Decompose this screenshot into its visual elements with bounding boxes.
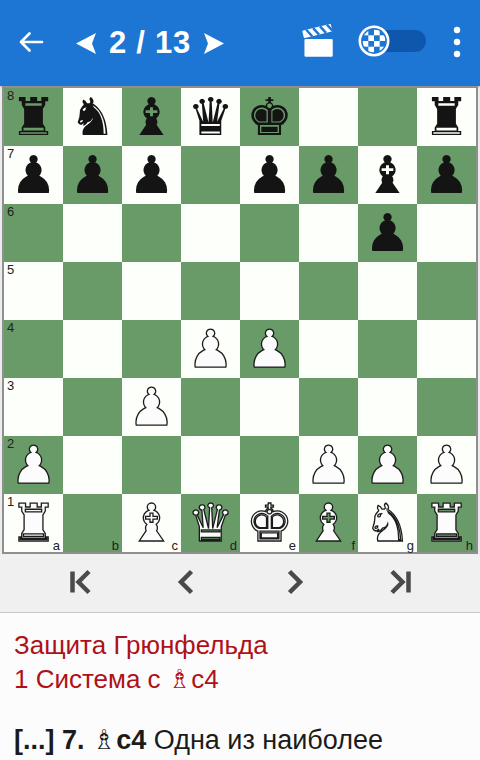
piece-black-pawn[interactable]: ♟ <box>364 204 411 262</box>
square-e4[interactable]: ♟ <box>240 320 299 378</box>
piece-black-bishop[interactable]: ♝ <box>364 146 411 204</box>
square-c7[interactable]: ♟ <box>122 146 181 204</box>
opening-description-panel: Защита Грюнфельда 1 Система с ♗c4 [...] … <box>0 613 480 760</box>
piece-white-knight[interactable]: ♞ <box>364 494 411 552</box>
square-g1[interactable]: g♞ <box>358 494 417 552</box>
go-prev-button[interactable] <box>152 559 222 607</box>
square-d4[interactable]: ♟ <box>181 320 240 378</box>
rank-label: 3 <box>7 378 14 393</box>
square-e7[interactable]: ♟ <box>240 146 299 204</box>
square-h1[interactable]: h♜ <box>417 494 476 552</box>
piece-black-pawn[interactable]: ♟ <box>69 146 116 204</box>
piece-white-pawn[interactable]: ♟ <box>246 320 293 378</box>
square-c3[interactable]: ♟ <box>122 378 181 436</box>
square-a8[interactable]: 8♜ <box>4 88 63 146</box>
square-a6[interactable]: 6 <box>4 204 63 262</box>
piece-black-king[interactable]: ♚ <box>246 88 293 146</box>
back-button[interactable] <box>14 26 46 61</box>
white-bishop-glyph: ♗ <box>168 664 191 694</box>
page-counter: 2 / 13 <box>109 25 191 61</box>
square-d8[interactable]: ♛ <box>181 88 240 146</box>
square-h2[interactable]: ♟ <box>417 436 476 494</box>
go-next-icon <box>274 564 314 603</box>
opening-title-line1: Защита Грюнфельда <box>14 630 268 660</box>
square-d2[interactable] <box>181 436 240 494</box>
piece-white-bishop[interactable]: ♝ <box>128 494 175 552</box>
square-d5[interactable] <box>181 262 240 320</box>
square-f6[interactable] <box>299 204 358 262</box>
square-c6[interactable] <box>122 204 181 262</box>
square-d7[interactable] <box>181 146 240 204</box>
piece-white-queen[interactable]: ♛ <box>187 494 234 552</box>
piece-black-pawn[interactable]: ♟ <box>10 146 57 204</box>
square-e1[interactable]: e♚ <box>240 494 299 552</box>
file-label: e <box>289 538 296 553</box>
file-label: b <box>112 538 119 553</box>
checkered-board-toggle-icon <box>356 23 432 63</box>
square-a7[interactable]: 7♟ <box>4 146 63 204</box>
square-f7[interactable]: ♟ <box>299 146 358 204</box>
square-b7[interactable]: ♟ <box>63 146 122 204</box>
file-label: f <box>351 538 355 553</box>
file-label: a <box>53 538 60 553</box>
file-label: g <box>407 538 414 553</box>
square-g4[interactable] <box>358 320 417 378</box>
square-e6[interactable] <box>240 204 299 262</box>
square-a2[interactable]: 2♟ <box>4 436 63 494</box>
piece-white-pawn[interactable]: ♟ <box>423 436 470 494</box>
annotation-text: [...] 7. ♗c4 Одна из наиболее популярных… <box>14 720 466 760</box>
page-current: 2 <box>109 25 127 61</box>
square-a1[interactable]: 1a♜ <box>4 494 63 552</box>
square-h6[interactable] <box>417 204 476 262</box>
square-c8[interactable]: ♝ <box>122 88 181 146</box>
move-number-text: [...] 7. <box>14 725 92 755</box>
piece-white-pawn[interactable]: ♟ <box>10 436 57 494</box>
rank-label: 8 <box>7 88 14 103</box>
board-view-toggle[interactable] <box>356 23 432 63</box>
piece-white-pawn[interactable]: ♟ <box>187 320 234 378</box>
chess-board-frame: 8♜♞♝♛♚♜7♟♟♟♟♟♝♟6♟54♟♟3♟2♟♟♟♟1a♜bc♝d♛e♚f♝… <box>2 86 478 554</box>
square-c5[interactable] <box>122 262 181 320</box>
piece-black-queen[interactable]: ♛ <box>187 88 234 146</box>
square-h5[interactable] <box>417 262 476 320</box>
rank-label: 1 <box>7 494 14 509</box>
piece-white-pawn[interactable]: ♟ <box>364 436 411 494</box>
piece-black-knight[interactable]: ♞ <box>69 88 116 146</box>
rank-label: 4 <box>7 320 14 335</box>
square-c2[interactable] <box>122 436 181 494</box>
square-c4[interactable] <box>122 320 181 378</box>
square-e8[interactable]: ♚ <box>240 88 299 146</box>
white-bishop-glyph: ♗ <box>92 724 116 755</box>
square-e2[interactable] <box>240 436 299 494</box>
square-e3[interactable] <box>240 378 299 436</box>
file-label: h <box>466 538 473 553</box>
piece-white-king[interactable]: ♚ <box>246 494 293 552</box>
file-label: c <box>172 538 179 553</box>
square-b3[interactable] <box>63 378 122 436</box>
piece-black-bishop[interactable]: ♝ <box>128 88 175 146</box>
square-d1[interactable]: d♛ <box>181 494 240 552</box>
square-h8[interactable]: ♜ <box>417 88 476 146</box>
square-a5[interactable]: 5 <box>4 262 63 320</box>
clapperboard-button[interactable] <box>298 21 340 66</box>
overflow-menu-button[interactable] <box>452 25 462 62</box>
rank-label: 5 <box>7 262 14 277</box>
square-b2[interactable] <box>63 436 122 494</box>
square-d3[interactable] <box>181 378 240 436</box>
piece-white-rook[interactable]: ♜ <box>10 494 57 552</box>
piece-black-pawn[interactable]: ♟ <box>128 146 175 204</box>
page-total: 13 <box>155 25 191 61</box>
go-next-button[interactable] <box>259 559 329 607</box>
piece-black-pawn[interactable]: ♟ <box>423 146 470 204</box>
square-h4[interactable] <box>417 320 476 378</box>
piece-black-rook[interactable]: ♜ <box>10 88 57 146</box>
square-f5[interactable] <box>299 262 358 320</box>
triangle-left-icon[interactable] <box>72 31 99 56</box>
rank-label: 6 <box>7 204 14 219</box>
square-g6[interactable]: ♟ <box>358 204 417 262</box>
arrow-left-icon <box>14 26 46 61</box>
move-text: c4 <box>116 725 146 755</box>
go-last-button[interactable] <box>366 559 436 607</box>
square-g5[interactable] <box>358 262 417 320</box>
square-a3[interactable]: 3 <box>4 378 63 436</box>
square-b6[interactable] <box>63 204 122 262</box>
square-f3[interactable] <box>299 378 358 436</box>
square-h3[interactable] <box>417 378 476 436</box>
go-prev-icon <box>167 564 207 603</box>
square-f1[interactable]: f♝ <box>299 494 358 552</box>
file-label: d <box>230 538 237 553</box>
clapperboard-icon <box>298 21 340 66</box>
opening-title-line2: 1 Система с ♗c4 <box>14 664 219 694</box>
square-b1[interactable]: b <box>63 494 122 552</box>
square-g2[interactable]: ♟ <box>358 436 417 494</box>
square-h7[interactable]: ♟ <box>417 146 476 204</box>
square-b4[interactable] <box>63 320 122 378</box>
rank-label: 7 <box>7 146 14 161</box>
square-f4[interactable] <box>299 320 358 378</box>
square-g7[interactable]: ♝ <box>358 146 417 204</box>
rank-label: 2 <box>7 436 14 451</box>
top-app-bar: 2 / 13 <box>0 0 480 86</box>
piece-white-pawn[interactable]: ♟ <box>128 378 175 436</box>
go-last-icon <box>381 564 421 603</box>
move-navigation-bar <box>0 554 480 613</box>
square-b8[interactable]: ♞ <box>63 88 122 146</box>
triangle-right-icon[interactable] <box>201 31 228 56</box>
square-f8[interactable] <box>299 88 358 146</box>
piece-black-pawn[interactable]: ♟ <box>305 146 352 204</box>
overflow-dots-icon <box>452 25 462 62</box>
move-pager: 2 / 13 <box>72 25 228 61</box>
piece-black-rook[interactable]: ♜ <box>423 88 470 146</box>
square-e5[interactable] <box>240 262 299 320</box>
go-first-button[interactable] <box>45 559 115 607</box>
square-g3[interactable] <box>358 378 417 436</box>
square-c1[interactable]: c♝ <box>122 494 181 552</box>
piece-white-pawn[interactable]: ♟ <box>305 436 352 494</box>
opening-title: Защита Грюнфельда 1 Система с ♗c4 <box>14 628 466 696</box>
go-first-icon <box>60 564 100 603</box>
square-d6[interactable] <box>181 204 240 262</box>
piece-white-bishop[interactable]: ♝ <box>305 494 352 552</box>
piece-black-pawn[interactable]: ♟ <box>246 146 293 204</box>
square-f2[interactable]: ♟ <box>299 436 358 494</box>
chess-board: 8♜♞♝♛♚♜7♟♟♟♟♟♝♟6♟54♟♟3♟2♟♟♟♟1a♜bc♝d♛e♚f♝… <box>4 88 476 552</box>
square-b5[interactable] <box>63 262 122 320</box>
square-g8[interactable] <box>358 88 417 146</box>
square-a4[interactable]: 4 <box>4 320 63 378</box>
page-separator: / <box>136 25 146 61</box>
piece-white-rook[interactable]: ♜ <box>423 494 470 552</box>
chess-app-screen: 2 / 13 <box>0 0 480 760</box>
